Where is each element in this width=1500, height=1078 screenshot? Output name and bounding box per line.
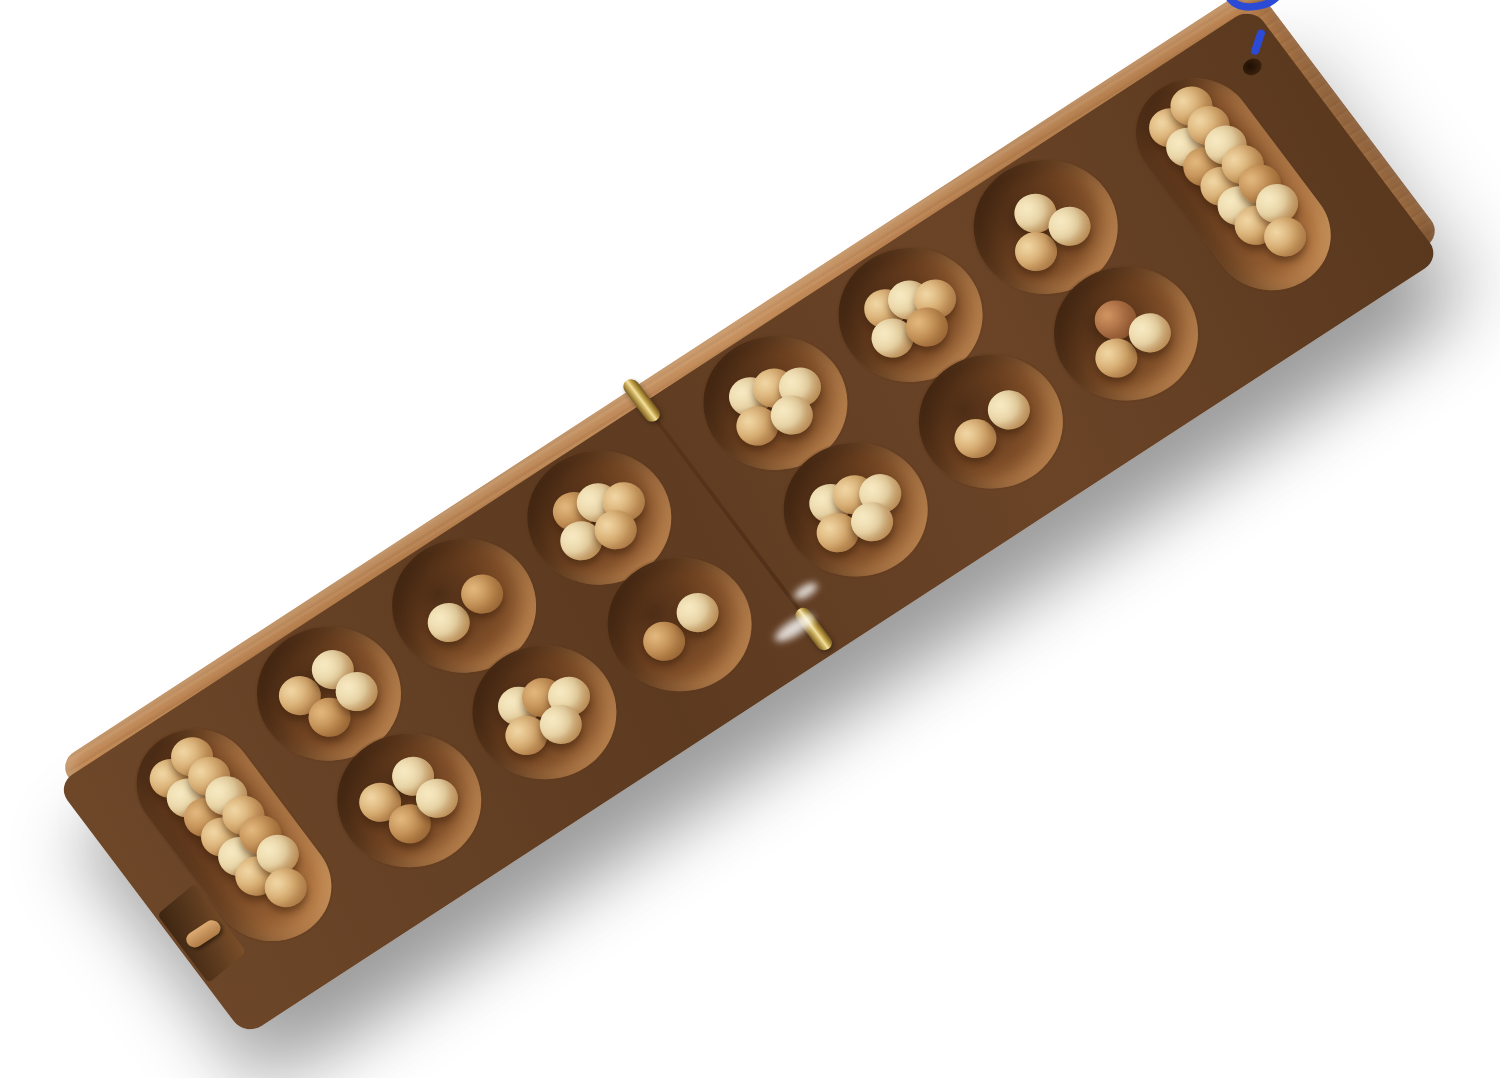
closure-cord [1250, 29, 1266, 56]
chalk-scuff [792, 579, 820, 602]
hinge-icon-far [620, 376, 663, 424]
closure-loop[interactable] [1220, 0, 1289, 14]
cord-hole [1239, 55, 1265, 79]
scene [0, 0, 1500, 1078]
mancala-board [57, 0, 1442, 1014]
